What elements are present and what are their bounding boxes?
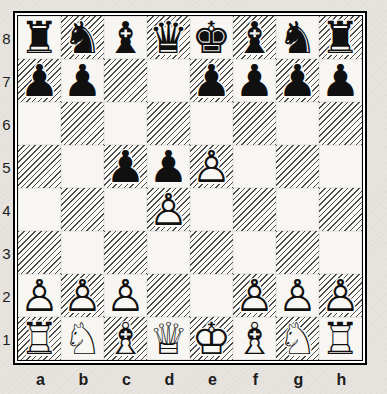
piece-wP-d4[interactable]: ♟♙ <box>147 188 190 231</box>
square-a6[interactable] <box>18 102 61 145</box>
square-f5[interactable] <box>233 145 276 188</box>
rank-label-2: 2 <box>0 275 13 318</box>
square-h7[interactable]: ♟♟ <box>319 59 362 102</box>
piece-glyph: ♗ <box>104 317 147 360</box>
file-label-d: d <box>148 368 191 392</box>
piece-glyph: ♖ <box>18 317 61 360</box>
square-g6[interactable] <box>276 102 319 145</box>
piece-glyph: ♜ <box>18 16 61 59</box>
piece-bB-c8[interactable]: ♝♝ <box>104 16 147 59</box>
piece-bP-b7[interactable]: ♟♟ <box>61 59 104 102</box>
square-a5[interactable] <box>18 145 61 188</box>
square-d8[interactable]: ♛♛ <box>147 16 190 59</box>
square-c5[interactable]: ♟♟ <box>104 145 147 188</box>
square-d3[interactable] <box>147 231 190 274</box>
piece-bK-e8[interactable]: ♚♚ <box>190 16 233 59</box>
square-e4[interactable] <box>190 188 233 231</box>
piece-wR-h1[interactable]: ♜♖ <box>319 317 362 360</box>
piece-wR-a1[interactable]: ♜♖ <box>18 317 61 360</box>
piece-glyph: ♗ <box>233 317 276 360</box>
square-g3[interactable] <box>276 231 319 274</box>
square-h3[interactable] <box>319 231 362 274</box>
piece-glyph: ♟ <box>61 59 104 102</box>
piece-glyph: ♙ <box>190 145 233 188</box>
piece-wP-a2[interactable]: ♟♙ <box>18 274 61 317</box>
rank-label-4: 4 <box>0 189 13 232</box>
file-labels: abcdefgh <box>19 368 363 392</box>
square-a7[interactable]: ♟♟ <box>18 59 61 102</box>
piece-wP-f2[interactable]: ♟♙ <box>233 274 276 317</box>
board-frame: ♜♜♞♞♝♝♛♛♚♚♝♝♞♞♜♜♟♟♟♟♟♟♟♟♟♟♟♟♟♟♟♟♟♙♟♙♟♙♟♙… <box>13 11 367 365</box>
piece-glyph: ♟ <box>104 145 147 188</box>
rank-label-1: 1 <box>0 318 13 361</box>
piece-glyph: ♞ <box>276 16 319 59</box>
piece-glyph: ♜ <box>319 16 362 59</box>
file-label-a: a <box>19 368 62 392</box>
square-d1[interactable]: ♛♕ <box>147 317 190 360</box>
square-h6[interactable] <box>319 102 362 145</box>
square-d4[interactable]: ♟♙ <box>147 188 190 231</box>
piece-glyph: ♙ <box>61 274 104 317</box>
piece-wB-f1[interactable]: ♝♗ <box>233 317 276 360</box>
square-e8[interactable]: ♚♚ <box>190 16 233 59</box>
piece-bQ-d8[interactable]: ♛♛ <box>147 16 190 59</box>
file-label-f: f <box>234 368 277 392</box>
piece-bB-f8[interactable]: ♝♝ <box>233 16 276 59</box>
piece-glyph: ♙ <box>147 188 190 231</box>
square-c6[interactable] <box>104 102 147 145</box>
square-a2[interactable]: ♟♙ <box>18 274 61 317</box>
piece-bR-h8[interactable]: ♜♜ <box>319 16 362 59</box>
square-d2[interactable] <box>147 274 190 317</box>
square-a8[interactable]: ♜♜ <box>18 16 61 59</box>
square-d7[interactable] <box>147 59 190 102</box>
square-f7[interactable]: ♟♟ <box>233 59 276 102</box>
piece-bP-f7[interactable]: ♟♟ <box>233 59 276 102</box>
piece-wN-g1[interactable]: ♞♘ <box>276 317 319 360</box>
file-label-b: b <box>62 368 105 392</box>
square-h2[interactable]: ♟♙ <box>319 274 362 317</box>
piece-wB-c1[interactable]: ♝♗ <box>104 317 147 360</box>
piece-bP-h7[interactable]: ♟♟ <box>319 59 362 102</box>
chess-board: ♜♜♞♞♝♝♛♛♚♚♝♝♞♞♜♜♟♟♟♟♟♟♟♟♟♟♟♟♟♟♟♟♟♙♟♙♟♙♟♙… <box>17 15 363 361</box>
square-h1[interactable]: ♜♖ <box>319 317 362 360</box>
square-h4[interactable] <box>319 188 362 231</box>
square-b2[interactable]: ♟♙ <box>61 274 104 317</box>
square-c8[interactable]: ♝♝ <box>104 16 147 59</box>
square-b7[interactable]: ♟♟ <box>61 59 104 102</box>
piece-bN-g8[interactable]: ♞♞ <box>276 16 319 59</box>
square-a1[interactable]: ♜♖ <box>18 317 61 360</box>
piece-bR-a8[interactable]: ♜♜ <box>18 16 61 59</box>
square-h8[interactable]: ♜♜ <box>319 16 362 59</box>
rank-labels: 87654321 <box>0 17 13 361</box>
piece-glyph: ♞ <box>61 16 104 59</box>
file-label-h: h <box>320 368 363 392</box>
square-g5[interactable] <box>276 145 319 188</box>
square-b4[interactable] <box>61 188 104 231</box>
square-d5[interactable]: ♟♟ <box>147 145 190 188</box>
piece-glyph: ♚ <box>190 16 233 59</box>
piece-wK-e1[interactable]: ♚♔ <box>190 317 233 360</box>
square-g7[interactable]: ♟♟ <box>276 59 319 102</box>
square-f8[interactable]: ♝♝ <box>233 16 276 59</box>
piece-glyph: ♙ <box>18 274 61 317</box>
piece-wP-h2[interactable]: ♟♙ <box>319 274 362 317</box>
square-f1[interactable]: ♝♗ <box>233 317 276 360</box>
square-c4[interactable] <box>104 188 147 231</box>
square-g2[interactable]: ♟♙ <box>276 274 319 317</box>
square-g8[interactable]: ♞♞ <box>276 16 319 59</box>
square-f6[interactable] <box>233 102 276 145</box>
piece-glyph: ♝ <box>233 16 276 59</box>
piece-wP-b2[interactable]: ♟♙ <box>61 274 104 317</box>
rank-label-7: 7 <box>0 60 13 103</box>
piece-bP-e7[interactable]: ♟♟ <box>190 59 233 102</box>
square-e1[interactable]: ♚♔ <box>190 317 233 360</box>
piece-wP-e5[interactable]: ♟♙ <box>190 145 233 188</box>
piece-bP-a7[interactable]: ♟♟ <box>18 59 61 102</box>
piece-glyph: ♟ <box>276 59 319 102</box>
piece-glyph: ♘ <box>276 317 319 360</box>
square-c7[interactable] <box>104 59 147 102</box>
chess-diagram: 87654321 ♜♜♞♞♝♝♛♛♚♚♝♝♞♞♜♜♟♟♟♟♟♟♟♟♟♟♟♟♟♟♟… <box>0 0 387 394</box>
piece-glyph: ♝ <box>104 16 147 59</box>
piece-glyph: ♙ <box>276 274 319 317</box>
piece-glyph: ♟ <box>319 59 362 102</box>
piece-glyph: ♟ <box>190 59 233 102</box>
file-label-c: c <box>105 368 148 392</box>
square-f4[interactable] <box>233 188 276 231</box>
square-e3[interactable] <box>190 231 233 274</box>
rank-label-3: 3 <box>0 232 13 275</box>
rank-label-8: 8 <box>0 17 13 60</box>
piece-glyph: ♟ <box>147 145 190 188</box>
piece-glyph: ♖ <box>319 317 362 360</box>
rank-label-6: 6 <box>0 103 13 146</box>
piece-bP-c5[interactable]: ♟♟ <box>104 145 147 188</box>
piece-glyph: ♟ <box>18 59 61 102</box>
square-b6[interactable] <box>61 102 104 145</box>
piece-wN-b1[interactable]: ♞♘ <box>61 317 104 360</box>
piece-wP-g2[interactable]: ♟♙ <box>276 274 319 317</box>
piece-bP-d5[interactable]: ♟♟ <box>147 145 190 188</box>
piece-glyph: ♙ <box>104 274 147 317</box>
square-c1[interactable]: ♝♗ <box>104 317 147 360</box>
square-f2[interactable]: ♟♙ <box>233 274 276 317</box>
square-b1[interactable]: ♞♘ <box>61 317 104 360</box>
square-e7[interactable]: ♟♟ <box>190 59 233 102</box>
piece-glyph: ♔ <box>190 317 233 360</box>
piece-glyph: ♙ <box>319 274 362 317</box>
square-b5[interactable] <box>61 145 104 188</box>
square-a3[interactable] <box>18 231 61 274</box>
piece-wQ-d1[interactable]: ♛♕ <box>147 317 190 360</box>
square-g4[interactable] <box>276 188 319 231</box>
file-label-e: e <box>191 368 234 392</box>
square-e5[interactable]: ♟♙ <box>190 145 233 188</box>
piece-wP-c2[interactable]: ♟♙ <box>104 274 147 317</box>
square-e2[interactable] <box>190 274 233 317</box>
square-b3[interactable] <box>61 231 104 274</box>
piece-glyph: ♕ <box>147 317 190 360</box>
rank-label-5: 5 <box>0 146 13 189</box>
square-c2[interactable]: ♟♙ <box>104 274 147 317</box>
piece-glyph: ♘ <box>61 317 104 360</box>
square-f3[interactable] <box>233 231 276 274</box>
square-g1[interactable]: ♞♘ <box>276 317 319 360</box>
piece-glyph: ♟ <box>233 59 276 102</box>
piece-glyph: ♙ <box>233 274 276 317</box>
square-h5[interactable] <box>319 145 362 188</box>
piece-bN-b8[interactable]: ♞♞ <box>61 16 104 59</box>
piece-bP-g7[interactable]: ♟♟ <box>276 59 319 102</box>
square-d6[interactable] <box>147 102 190 145</box>
file-label-g: g <box>277 368 320 392</box>
square-a4[interactable] <box>18 188 61 231</box>
square-b8[interactable]: ♞♞ <box>61 16 104 59</box>
square-c3[interactable] <box>104 231 147 274</box>
piece-glyph: ♛ <box>147 16 190 59</box>
square-e6[interactable] <box>190 102 233 145</box>
